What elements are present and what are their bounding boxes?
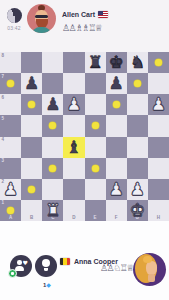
square-c5[interactable] bbox=[42, 115, 63, 136]
black-pawn-f7[interactable]: ♟ bbox=[106, 73, 127, 94]
square-b7[interactable]: ♟ bbox=[21, 73, 42, 94]
bottom-player-captured-pieces: ♙♙♘♖♕ bbox=[100, 264, 133, 273]
file-label-d: D bbox=[72, 216, 75, 221]
square-h8[interactable] bbox=[148, 52, 169, 73]
rank-label-6: 6 bbox=[2, 96, 5, 101]
chess-board: 8♜♚♞7♟♟6♟♟♟54♝32♟♟♟1ABC♜DEFG♚H bbox=[0, 52, 169, 221]
lightbulb-icon bbox=[42, 259, 50, 272]
social-button[interactable]: ♥ bbox=[10, 255, 32, 277]
rank-label-5: 5 bbox=[2, 117, 5, 122]
top-player-name: Allen Cart bbox=[62, 11, 95, 18]
square-h2[interactable] bbox=[148, 179, 169, 200]
square-a2[interactable]: 2♟ bbox=[0, 179, 21, 200]
square-c2[interactable] bbox=[42, 179, 63, 200]
legal-move-dot-c3[interactable] bbox=[49, 165, 56, 172]
top-player-name-row: Allen Cart bbox=[62, 11, 108, 18]
avatar-glasses bbox=[35, 15, 48, 18]
square-c6[interactable]: ♟ bbox=[42, 94, 63, 115]
square-d1[interactable]: D bbox=[63, 200, 84, 221]
square-g3[interactable] bbox=[127, 158, 148, 179]
legal-move-dot-b2[interactable] bbox=[28, 186, 35, 193]
rank-label-7: 7 bbox=[2, 75, 5, 80]
square-a4[interactable]: 4 bbox=[0, 137, 21, 158]
square-f7[interactable]: ♟ bbox=[106, 73, 127, 94]
square-e7[interactable] bbox=[85, 73, 106, 94]
black-pawn-b7[interactable]: ♟ bbox=[21, 73, 42, 94]
square-a7[interactable]: 7 bbox=[0, 73, 21, 94]
square-h4[interactable] bbox=[148, 137, 169, 158]
square-d8[interactable] bbox=[63, 52, 84, 73]
square-d4[interactable]: ♝ bbox=[63, 137, 84, 158]
white-pawn-g2[interactable]: ♟ bbox=[127, 179, 148, 200]
square-g7[interactable] bbox=[127, 73, 148, 94]
square-g4[interactable] bbox=[127, 137, 148, 158]
avatar-hair-strand bbox=[143, 256, 152, 263]
legal-move-dot-e3[interactable] bbox=[92, 165, 99, 172]
square-b3[interactable] bbox=[21, 158, 42, 179]
square-g6[interactable] bbox=[127, 94, 148, 115]
game-clock: 03:42 bbox=[5, 8, 23, 31]
square-e4[interactable] bbox=[85, 137, 106, 158]
rank-label-2: 2 bbox=[2, 180, 5, 185]
square-b2[interactable] bbox=[21, 179, 42, 200]
legal-move-dot-c5[interactable] bbox=[49, 122, 56, 129]
bottom-player-avatar[interactable] bbox=[133, 253, 166, 286]
top-player-captured-pieces: ♙♙♗♗♖♕ bbox=[62, 24, 101, 33]
clock-icon bbox=[7, 8, 22, 23]
square-e6[interactable] bbox=[85, 94, 106, 115]
black-knight-g8[interactable]: ♞ bbox=[127, 52, 148, 73]
white-rook-c1[interactable]: ♜ bbox=[42, 200, 63, 221]
square-c3[interactable] bbox=[42, 158, 63, 179]
square-e3[interactable] bbox=[85, 158, 106, 179]
rank-label-3: 3 bbox=[2, 159, 5, 164]
square-g5[interactable] bbox=[127, 115, 148, 136]
square-b8[interactable] bbox=[21, 52, 42, 73]
square-b1[interactable]: B bbox=[21, 200, 42, 221]
square-d7[interactable] bbox=[63, 73, 84, 94]
hint-cost: 1◆ bbox=[38, 281, 56, 288]
square-d3[interactable] bbox=[63, 158, 84, 179]
square-b4[interactable] bbox=[21, 137, 42, 158]
avatar-face bbox=[146, 261, 157, 275]
online-chat-badge bbox=[8, 269, 17, 278]
hint-button[interactable] bbox=[35, 255, 57, 277]
white-pawn-f2[interactable]: ♟ bbox=[106, 179, 127, 200]
square-a1[interactable]: 1A bbox=[0, 200, 21, 221]
rank-label-1: 1 bbox=[2, 201, 5, 206]
rank-label-4: 4 bbox=[2, 138, 5, 143]
square-d6[interactable]: ♟ bbox=[63, 94, 84, 115]
square-f2[interactable]: ♟ bbox=[106, 179, 127, 200]
avatar-neck bbox=[148, 274, 155, 282]
file-label-c: C bbox=[51, 216, 54, 221]
square-a5[interactable]: 5 bbox=[0, 115, 21, 136]
file-label-b: B bbox=[30, 216, 33, 221]
square-e2[interactable] bbox=[85, 179, 106, 200]
friend-heart-icon: ♥ bbox=[15, 260, 27, 272]
black-rook-e8[interactable]: ♜ bbox=[85, 52, 106, 73]
belgium-flag-icon bbox=[60, 258, 70, 265]
legal-move-dot-h8[interactable] bbox=[155, 59, 162, 66]
square-b6[interactable] bbox=[21, 94, 42, 115]
square-f5[interactable] bbox=[106, 115, 127, 136]
gem-icon: ◆ bbox=[46, 281, 51, 288]
black-king-f8[interactable]: ♚ bbox=[106, 52, 127, 73]
square-f1[interactable]: F bbox=[106, 200, 127, 221]
square-d2[interactable] bbox=[63, 179, 84, 200]
square-e8[interactable]: ♜ bbox=[85, 52, 106, 73]
white-pawn-h6[interactable]: ♟ bbox=[148, 94, 169, 115]
square-c1[interactable]: C♜ bbox=[42, 200, 63, 221]
square-a8[interactable]: 8 bbox=[0, 52, 21, 73]
square-g2[interactable]: ♟ bbox=[127, 179, 148, 200]
square-f3[interactable] bbox=[106, 158, 127, 179]
legal-move-dot-e5[interactable] bbox=[92, 122, 99, 129]
rank-label-8: 8 bbox=[2, 54, 5, 59]
square-g8[interactable]: ♞ bbox=[127, 52, 148, 73]
square-h6[interactable]: ♟ bbox=[148, 94, 169, 115]
white-king-g1[interactable]: ♚ bbox=[127, 200, 148, 221]
file-label-e: E bbox=[94, 216, 97, 221]
top-player-avatar[interactable] bbox=[27, 4, 56, 33]
square-h1[interactable]: H bbox=[148, 200, 169, 221]
square-h3[interactable] bbox=[148, 158, 169, 179]
file-label-h: H bbox=[157, 216, 160, 221]
white-pawn-d6[interactable]: ♟ bbox=[63, 94, 84, 115]
file-label-f: F bbox=[115, 216, 118, 221]
black-bishop-d4[interactable]: ♝ bbox=[63, 137, 84, 158]
white-pawn-a2[interactable]: ♟ bbox=[0, 179, 21, 200]
square-h5[interactable] bbox=[148, 115, 169, 136]
square-a6[interactable]: 6 bbox=[0, 94, 21, 115]
black-pawn-c6[interactable]: ♟ bbox=[42, 94, 63, 115]
square-e1[interactable]: E bbox=[85, 200, 106, 221]
square-c8[interactable] bbox=[42, 52, 63, 73]
square-c7[interactable] bbox=[42, 73, 63, 94]
legal-move-dot-g7[interactable] bbox=[134, 80, 141, 87]
legal-move-dot-b6[interactable] bbox=[28, 101, 35, 108]
square-f8[interactable]: ♚ bbox=[106, 52, 127, 73]
square-h7[interactable] bbox=[148, 73, 169, 94]
square-b5[interactable] bbox=[21, 115, 42, 136]
chess-app-screen: 03:42 Allen Cart ♙♙♗♗♖♕ 8♜♚♞7♟♟6♟♟♟54♝32… bbox=[0, 0, 169, 300]
square-d5[interactable] bbox=[63, 115, 84, 136]
square-a3[interactable]: 3 bbox=[0, 158, 21, 179]
square-g1[interactable]: G♚ bbox=[127, 200, 148, 221]
square-f6[interactable] bbox=[106, 94, 127, 115]
legal-move-dot-f6[interactable] bbox=[113, 101, 120, 108]
legal-move-dot-a1[interactable] bbox=[7, 207, 14, 214]
file-label-g: G bbox=[136, 216, 140, 221]
legal-move-dot-a7[interactable] bbox=[7, 80, 14, 87]
file-label-a: A bbox=[9, 216, 12, 221]
clock-time: 03:42 bbox=[5, 25, 23, 31]
us-flag-icon bbox=[98, 11, 108, 18]
square-f4[interactable] bbox=[106, 137, 127, 158]
square-c4[interactable] bbox=[42, 137, 63, 158]
square-e5[interactable] bbox=[85, 115, 106, 136]
